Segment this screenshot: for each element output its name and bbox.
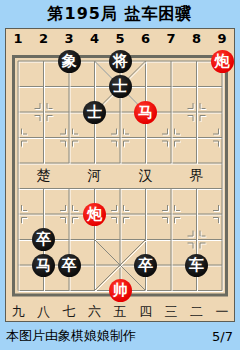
puzzle-title: 第195局 盐车困骥: [0, 0, 240, 28]
file-label-7: 7: [158, 31, 184, 46]
piece-black-horse: 马: [32, 254, 55, 277]
piece-black-general: 将: [109, 50, 132, 73]
piece-red-general: 帅: [109, 279, 132, 302]
piece-black-soldier: 卒: [32, 228, 55, 251]
file-label-四: 四: [133, 303, 159, 321]
footer-bar: 本图片由象棋娘娘制作 5/7: [0, 322, 240, 350]
file-label-3: 3: [56, 31, 82, 46]
file-label-五: 五: [107, 303, 133, 321]
piece-red-cannon: 炮: [83, 203, 106, 226]
pieces-layer: 象将炮士士马炮卒马卒卒车帅: [5, 48, 235, 303]
file-label-二: 二: [184, 303, 210, 321]
xiangqi-board: 123456789 楚河汉界 九八七六五四三二一 象将炮士士马炮卒马卒卒车帅: [5, 28, 235, 322]
file-label-八: 八: [31, 303, 57, 321]
black-file-labels: 123456789: [5, 31, 235, 46]
piece-black-elephant: 象: [58, 50, 81, 73]
file-label-九: 九: [5, 303, 31, 321]
file-label-6: 6: [133, 31, 159, 46]
file-label-5: 5: [107, 31, 133, 46]
red-file-labels: 九八七六五四三二一: [5, 303, 235, 321]
file-label-一: 一: [209, 303, 235, 321]
piece-red-horse: 马: [134, 101, 157, 124]
piece-black-chariot: 车: [185, 254, 208, 277]
file-label-六: 六: [82, 303, 108, 321]
file-label-1: 1: [5, 31, 31, 46]
file-label-2: 2: [31, 31, 57, 46]
file-label-8: 8: [184, 31, 210, 46]
piece-red-cannon: 炮: [211, 50, 234, 73]
credit-text: 本图片由象棋娘娘制作: [6, 327, 136, 345]
page-indicator: 5/7: [212, 329, 233, 344]
piece-black-soldier: 卒: [58, 254, 81, 277]
piece-black-advisor: 士: [83, 101, 106, 124]
file-label-9: 9: [209, 31, 235, 46]
file-label-4: 4: [82, 31, 108, 46]
piece-black-soldier: 卒: [134, 254, 157, 277]
file-label-三: 三: [158, 303, 184, 321]
file-label-七: 七: [56, 303, 82, 321]
piece-black-advisor: 士: [109, 75, 132, 98]
